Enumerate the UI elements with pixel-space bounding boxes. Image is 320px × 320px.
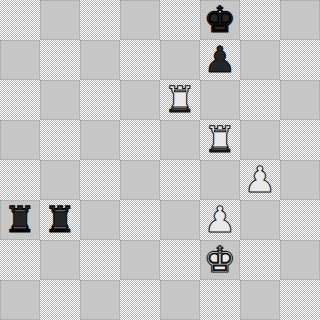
square-d2[interactable] — [120, 240, 160, 280]
black-rook[interactable]: ♜ — [0, 200, 40, 240]
square-c4[interactable] — [80, 160, 120, 200]
square-d6[interactable] — [120, 80, 160, 120]
square-h3[interactable] — [280, 200, 320, 240]
square-f3[interactable]: ♟ — [200, 200, 240, 240]
square-h5[interactable] — [280, 120, 320, 160]
square-a8[interactable] — [0, 0, 40, 40]
square-f4[interactable] — [200, 160, 240, 200]
square-a2[interactable] — [0, 240, 40, 280]
square-c6[interactable] — [80, 80, 120, 120]
square-d3[interactable] — [120, 200, 160, 240]
white-rook[interactable]: ♜ — [160, 80, 200, 120]
square-d8[interactable] — [120, 0, 160, 40]
square-e4[interactable] — [160, 160, 200, 200]
square-c7[interactable] — [80, 40, 120, 80]
square-c1[interactable] — [80, 280, 120, 320]
square-a3[interactable]: ♜ — [0, 200, 40, 240]
square-a7[interactable] — [0, 40, 40, 80]
square-d1[interactable] — [120, 280, 160, 320]
square-e8[interactable] — [160, 0, 200, 40]
square-d5[interactable] — [120, 120, 160, 160]
square-b1[interactable] — [40, 280, 80, 320]
square-b6[interactable] — [40, 80, 80, 120]
square-b4[interactable] — [40, 160, 80, 200]
square-b5[interactable] — [40, 120, 80, 160]
square-f5[interactable]: ♜ — [200, 120, 240, 160]
square-d7[interactable] — [120, 40, 160, 80]
black-king[interactable]: ♚ — [200, 0, 240, 40]
square-g8[interactable] — [240, 0, 280, 40]
white-pawn[interactable]: ♟ — [200, 200, 240, 240]
square-g1[interactable] — [240, 280, 280, 320]
square-f6[interactable] — [200, 80, 240, 120]
square-b7[interactable] — [40, 40, 80, 80]
square-e1[interactable] — [160, 280, 200, 320]
square-e5[interactable] — [160, 120, 200, 160]
square-e7[interactable] — [160, 40, 200, 80]
white-pawn[interactable]: ♟ — [240, 160, 280, 200]
square-f2[interactable]: ♚ — [200, 240, 240, 280]
square-g5[interactable] — [240, 120, 280, 160]
chess-board-wrapper: ♚♟♜♜♟♜♜♟♚ — [0, 0, 320, 320]
square-g6[interactable] — [240, 80, 280, 120]
square-b8[interactable] — [40, 0, 80, 40]
square-c8[interactable] — [80, 0, 120, 40]
square-a6[interactable] — [0, 80, 40, 120]
square-a4[interactable] — [0, 160, 40, 200]
square-e2[interactable] — [160, 240, 200, 280]
square-h6[interactable] — [280, 80, 320, 120]
square-h8[interactable] — [280, 0, 320, 40]
square-f8[interactable]: ♚ — [200, 0, 240, 40]
square-d4[interactable] — [120, 160, 160, 200]
square-e3[interactable] — [160, 200, 200, 240]
black-rook[interactable]: ♜ — [40, 200, 80, 240]
chess-board: ♚♟♜♜♟♜♜♟♚ — [0, 0, 320, 320]
square-h7[interactable] — [280, 40, 320, 80]
white-king[interactable]: ♚ — [200, 240, 240, 280]
square-h4[interactable] — [280, 160, 320, 200]
square-f7[interactable]: ♟ — [200, 40, 240, 80]
square-e6[interactable]: ♜ — [160, 80, 200, 120]
black-pawn[interactable]: ♟ — [200, 40, 240, 80]
square-a5[interactable] — [0, 120, 40, 160]
square-h2[interactable] — [280, 240, 320, 280]
square-g2[interactable] — [240, 240, 280, 280]
square-g4[interactable]: ♟ — [240, 160, 280, 200]
square-a1[interactable] — [0, 280, 40, 320]
square-b3[interactable]: ♜ — [40, 200, 80, 240]
square-b2[interactable] — [40, 240, 80, 280]
white-rook[interactable]: ♜ — [200, 120, 240, 160]
square-c3[interactable] — [80, 200, 120, 240]
square-f1[interactable] — [200, 280, 240, 320]
square-c2[interactable] — [80, 240, 120, 280]
square-c5[interactable] — [80, 120, 120, 160]
square-g7[interactable] — [240, 40, 280, 80]
square-h1[interactable] — [280, 280, 320, 320]
square-g3[interactable] — [240, 200, 280, 240]
